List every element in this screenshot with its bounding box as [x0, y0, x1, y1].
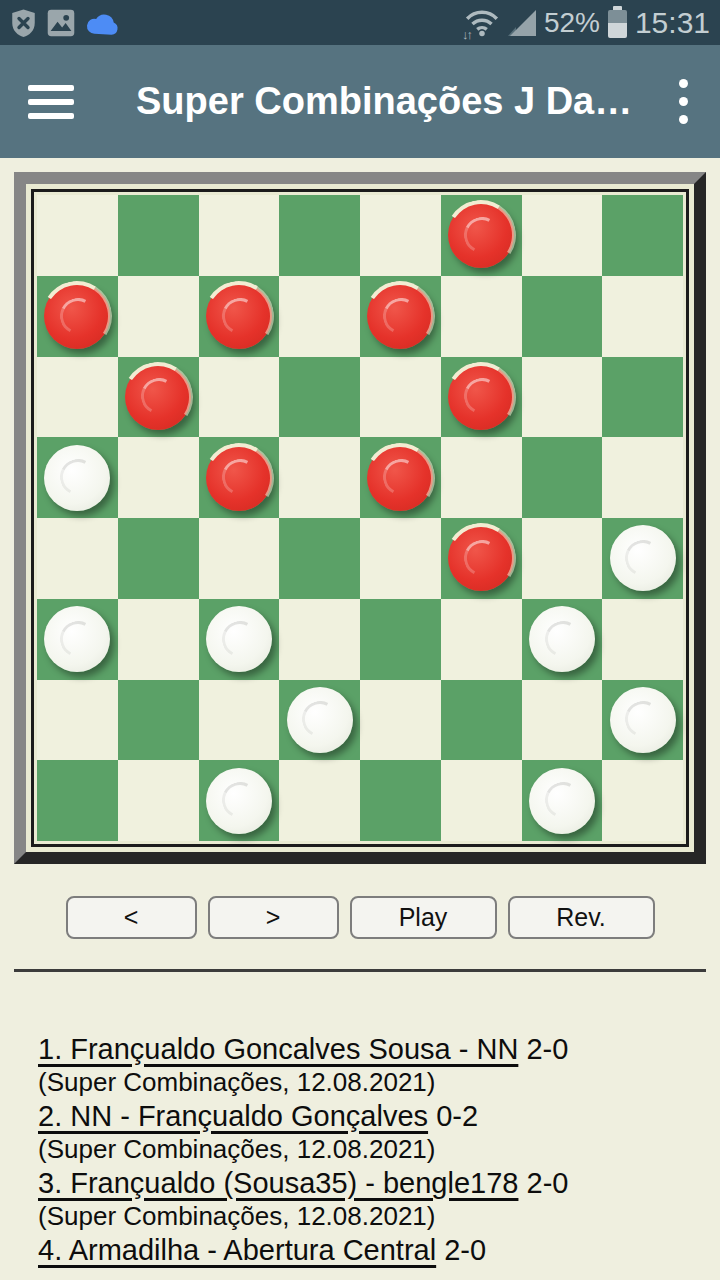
- game-link[interactable]: 1. Françualdo Goncalves Sousa - NN: [38, 1033, 518, 1065]
- game-link[interactable]: 4. Armadilha - Abertura Central: [38, 1234, 436, 1266]
- board-cell[interactable]: [441, 760, 522, 841]
- board-cell[interactable]: [441, 195, 522, 276]
- board-cell[interactable]: [279, 760, 360, 841]
- game-list: 1. Françualdo Goncalves Sousa - NN 2-0 (…: [0, 1032, 720, 1267]
- board-cell[interactable]: [441, 680, 522, 761]
- board-cell[interactable]: [360, 437, 441, 518]
- overflow-menu-icon[interactable]: [675, 75, 692, 128]
- board-cell[interactable]: [602, 276, 683, 357]
- board-cell[interactable]: [279, 518, 360, 599]
- white-piece[interactable]: [610, 687, 676, 753]
- board-cell[interactable]: [279, 195, 360, 276]
- app-bar: Super Combinações J Da…: [0, 45, 720, 158]
- board-cell[interactable]: [522, 195, 603, 276]
- board-cell[interactable]: [279, 276, 360, 357]
- game-link[interactable]: 3. Françualdo (Sousa35) - bengle178: [38, 1167, 518, 1199]
- app-title: Super Combinações J Da…: [136, 80, 632, 123]
- red-piece[interactable]: [206, 445, 272, 511]
- board-cell[interactable]: [199, 760, 280, 841]
- clock: 15:31: [635, 6, 710, 40]
- board-cell[interactable]: [37, 599, 118, 680]
- game-item: 1. Françualdo Goncalves Sousa - NN 2-0 (…: [38, 1032, 700, 1099]
- board-cell[interactable]: [118, 276, 199, 357]
- game-info: (Super Combinações, 12.08.2021): [38, 1133, 700, 1166]
- board-cell[interactable]: [37, 518, 118, 599]
- board-cell[interactable]: [37, 195, 118, 276]
- battery-percent: 52%: [544, 7, 600, 39]
- menu-hamburger-icon[interactable]: [28, 85, 74, 119]
- game-link[interactable]: 2. NN - Françualdo Gonçalves: [38, 1100, 428, 1132]
- board-cell[interactable]: [199, 276, 280, 357]
- board-cell[interactable]: [360, 760, 441, 841]
- move-controls: < > Play Rev.: [0, 896, 720, 939]
- white-piece[interactable]: [529, 768, 595, 834]
- game-score: 0-2: [436, 1100, 478, 1132]
- board-cell[interactable]: [118, 680, 199, 761]
- divider: [14, 969, 706, 972]
- game-item: 4. Armadilha - Abertura Central 2-0: [38, 1233, 700, 1267]
- board-cell[interactable]: [37, 680, 118, 761]
- red-piece[interactable]: [448, 364, 514, 430]
- board-cell[interactable]: [37, 437, 118, 518]
- board-cell[interactable]: [522, 760, 603, 841]
- board-cell[interactable]: [602, 195, 683, 276]
- board-cell[interactable]: [522, 437, 603, 518]
- game-info: (Super Combinações, 12.08.2021): [38, 1200, 700, 1233]
- white-piece[interactable]: [287, 687, 353, 753]
- board-cell[interactable]: [37, 760, 118, 841]
- board-cell[interactable]: [441, 599, 522, 680]
- next-move-button[interactable]: >: [208, 896, 339, 939]
- board-cell[interactable]: [199, 195, 280, 276]
- red-piece[interactable]: [448, 202, 514, 268]
- board-cell[interactable]: [360, 599, 441, 680]
- red-piece[interactable]: [367, 283, 433, 349]
- board-cell[interactable]: [522, 357, 603, 438]
- wifi-traffic-arrows: ↓↑: [462, 27, 471, 42]
- gallery-icon: [46, 8, 76, 38]
- game-item: 3. Françualdo (Sousa35) - bengle178 2-0 …: [38, 1166, 700, 1233]
- board-cell[interactable]: [602, 357, 683, 438]
- checkers-board: [14, 172, 706, 864]
- board-cell[interactable]: [118, 437, 199, 518]
- status-right-cluster: ↓↑ 52% 15:31: [464, 6, 710, 40]
- board-cell[interactable]: [199, 599, 280, 680]
- board-cell[interactable]: [522, 680, 603, 761]
- board-cell[interactable]: [360, 276, 441, 357]
- board-cell[interactable]: [118, 357, 199, 438]
- screen: ↓↑ 52% 15:31 Super Combinações J Da… <: [0, 0, 720, 1267]
- board-cell[interactable]: [441, 357, 522, 438]
- signal-icon: [508, 10, 536, 36]
- board-cell[interactable]: [522, 599, 603, 680]
- board-cell[interactable]: [118, 760, 199, 841]
- board-cell[interactable]: [360, 195, 441, 276]
- board-cell[interactable]: [602, 599, 683, 680]
- board-cell[interactable]: [602, 518, 683, 599]
- board-cell[interactable]: [522, 276, 603, 357]
- board-cell[interactable]: [199, 437, 280, 518]
- red-piece[interactable]: [367, 445, 433, 511]
- game-score: 2-0: [444, 1234, 486, 1266]
- play-button[interactable]: Play: [350, 896, 497, 939]
- shield-x-icon: [10, 8, 37, 38]
- game-item: 2. NN - Françualdo Gonçalves 0-2 (Super …: [38, 1099, 700, 1166]
- white-piece[interactable]: [610, 525, 676, 591]
- red-piece[interactable]: [448, 525, 514, 591]
- board-cell[interactable]: [199, 680, 280, 761]
- board-cell[interactable]: [602, 437, 683, 518]
- board-cell[interactable]: [37, 276, 118, 357]
- status-left-icons: [10, 8, 119, 38]
- board-cell[interactable]: [118, 518, 199, 599]
- red-piece[interactable]: [125, 364, 191, 430]
- board-cell[interactable]: [279, 680, 360, 761]
- board-cell[interactable]: [37, 357, 118, 438]
- white-piece[interactable]: [206, 606, 272, 672]
- board-cell[interactable]: [441, 518, 522, 599]
- white-piece[interactable]: [44, 606, 110, 672]
- board-cell[interactable]: [441, 276, 522, 357]
- white-piece[interactable]: [206, 768, 272, 834]
- board-cell[interactable]: [118, 599, 199, 680]
- game-score: 2-0: [527, 1167, 569, 1199]
- board-cell[interactable]: [602, 680, 683, 761]
- red-piece[interactable]: [206, 283, 272, 349]
- status-bar: ↓↑ 52% 15:31: [0, 0, 720, 45]
- board-cell[interactable]: [279, 357, 360, 438]
- board-cell[interactable]: [522, 518, 603, 599]
- board-cell[interactable]: [118, 195, 199, 276]
- white-piece[interactable]: [529, 606, 595, 672]
- board-cell[interactable]: [279, 437, 360, 518]
- reverse-button[interactable]: Rev.: [508, 896, 655, 939]
- board-cell[interactable]: [279, 599, 360, 680]
- board-cell[interactable]: [360, 357, 441, 438]
- battery-icon: [608, 10, 627, 38]
- board-cell[interactable]: [360, 518, 441, 599]
- red-piece[interactable]: [44, 283, 110, 349]
- game-score: 2-0: [526, 1033, 568, 1065]
- prev-move-button[interactable]: <: [66, 896, 197, 939]
- board-cell[interactable]: [602, 760, 683, 841]
- board-cell[interactable]: [360, 680, 441, 761]
- game-info: (Super Combinações, 12.08.2021): [38, 1066, 700, 1099]
- board-cell[interactable]: [199, 518, 280, 599]
- board-cell[interactable]: [199, 357, 280, 438]
- board-grid: [37, 195, 683, 841]
- white-piece[interactable]: [44, 445, 110, 511]
- board-cell[interactable]: [441, 437, 522, 518]
- wifi-icon: ↓↑: [464, 8, 500, 38]
- cloud-icon: [85, 10, 119, 36]
